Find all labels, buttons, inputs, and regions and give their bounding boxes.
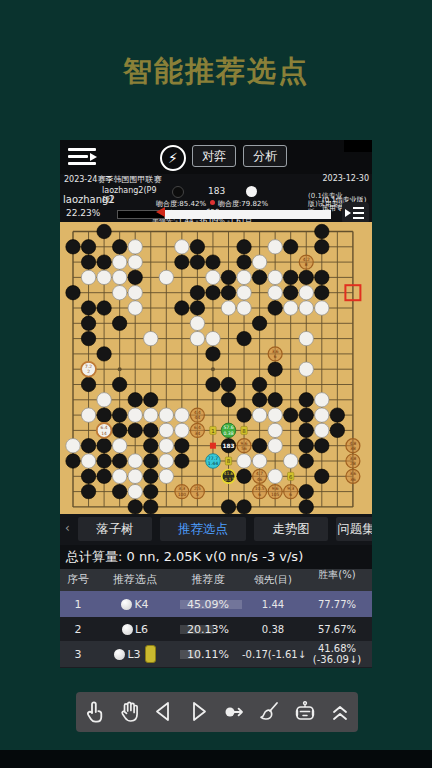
svg-text:4.444: 4.444 bbox=[194, 410, 201, 420]
go-board-svg: 18357.60.3877.71.4441.6-0.174.283.667.22… bbox=[60, 222, 372, 514]
clean-icon[interactable] bbox=[257, 699, 283, 725]
hand-icon[interactable] bbox=[116, 699, 142, 725]
recommendation-table: 序号推荐选点推荐度领先(目)胜率(%) 1K445.09%1.4477.77%2… bbox=[60, 569, 372, 668]
svg-text:3.3100: 3.3100 bbox=[178, 486, 187, 496]
col-header: 胜率(%) bbox=[304, 569, 370, 591]
bottom-toolbar bbox=[76, 692, 358, 732]
table-row[interactable]: 3L310.11%-0.17(-1.61↓41.68%(-36.09↓) bbox=[60, 641, 372, 667]
compute-total: 总计算量: 0 nn, 2.05K v(0 nn/s -3 v/s) bbox=[60, 545, 372, 569]
winrate-bar-white bbox=[165, 210, 331, 219]
svg-text:8: 8 bbox=[227, 458, 231, 464]
next-icon[interactable] bbox=[186, 699, 212, 725]
robot-icon[interactable] bbox=[292, 699, 318, 725]
winrate-bar bbox=[117, 210, 331, 219]
pointer-icon[interactable] bbox=[81, 699, 107, 725]
winrate-cell: 57.67% bbox=[304, 624, 370, 635]
white-stone-icon bbox=[122, 624, 133, 635]
pass-icon[interactable] bbox=[222, 699, 248, 725]
collapse-panel-button[interactable] bbox=[342, 202, 369, 224]
move-coord: L6 bbox=[135, 623, 148, 636]
bottom-strip bbox=[0, 750, 432, 768]
move-cell: L3 bbox=[96, 645, 174, 663]
svg-text:77.71.44: 77.71.44 bbox=[208, 456, 218, 466]
svg-text:1: 1 bbox=[211, 428, 214, 434]
go-board[interactable]: 18357.60.3877.71.4441.6-0.174.283.667.22… bbox=[60, 222, 372, 514]
winrate-marker-icon bbox=[156, 207, 165, 217]
black-stone-icon bbox=[172, 186, 184, 198]
svg-text:41.6-0.17: 41.6-0.17 bbox=[223, 471, 235, 481]
analyze-button[interactable]: 分析 bbox=[243, 145, 287, 167]
tab-问题集[interactable]: 问题集 bbox=[336, 517, 372, 541]
svg-text:9.656: 9.656 bbox=[241, 441, 248, 451]
svg-text:6.414: 6.414 bbox=[101, 425, 108, 435]
move-cell: L6 bbox=[96, 623, 174, 636]
move-coord: K4 bbox=[134, 598, 148, 611]
white-stone-icon bbox=[114, 649, 125, 660]
col-header: 推荐度 bbox=[174, 569, 242, 591]
expand-up-icon[interactable] bbox=[327, 699, 353, 725]
page-title: 智能推荐选点 bbox=[0, 52, 432, 92]
player-left-percent: 22.23% bbox=[66, 208, 100, 218]
status-notch bbox=[344, 140, 372, 152]
player-right-name: laozhang2(P9段) bbox=[102, 186, 156, 204]
tab-落子树[interactable]: 落子树 bbox=[78, 517, 152, 541]
app-topbar: ⚡ 对弈 分析 bbox=[60, 140, 372, 174]
svg-text:3.828: 3.828 bbox=[349, 456, 356, 466]
tab-走势图[interactable]: 走势图 bbox=[254, 517, 328, 541]
col-header: 序号 bbox=[60, 569, 96, 591]
svg-text:8: 8 bbox=[242, 428, 246, 434]
tab-prev-icon[interactable]: ‹ bbox=[65, 521, 70, 535]
menu-icon[interactable] bbox=[68, 148, 98, 166]
move-coord: L3 bbox=[127, 648, 140, 661]
row-number: 2 bbox=[60, 623, 96, 636]
score-cell: 10.11% bbox=[174, 648, 242, 661]
table-body: 1K445.09%1.4477.77%2L620.13%0.3857.67%3L… bbox=[60, 591, 372, 668]
meta-row: 2023-24赛季韩国围甲联赛 2023-12-30 bbox=[60, 174, 372, 186]
yellow-marker-icon bbox=[145, 645, 156, 663]
app-screenshot: ⚡ 对弈 分析 2023-24赛季韩国围甲联赛 2023-12-30 laozh… bbox=[60, 140, 372, 668]
row-number: 3 bbox=[60, 648, 96, 661]
lightning-icon[interactable]: ⚡ bbox=[160, 145, 186, 171]
tab-bar: ‹ › 落子树推荐选点走势图问题集 bbox=[60, 514, 372, 545]
move-number: 183 bbox=[208, 186, 225, 196]
table-header: 序号推荐选点推荐度领先(目)胜率(%) bbox=[60, 569, 372, 591]
tab-推荐选点[interactable]: 推荐选点 bbox=[160, 517, 246, 541]
white-stone-icon bbox=[121, 599, 132, 610]
row-number: 1 bbox=[60, 598, 96, 611]
col-header: 领先(目) bbox=[242, 569, 304, 591]
play-button[interactable]: 对弈 bbox=[192, 145, 236, 167]
col-header: 推荐选点 bbox=[96, 569, 174, 591]
winrate-cell: 77.77% bbox=[304, 599, 370, 610]
white-stone-icon bbox=[246, 186, 257, 197]
table-row[interactable]: 2L620.13%0.3857.67% bbox=[60, 617, 372, 641]
lead-cell: 0.38 bbox=[242, 624, 304, 635]
record-dot-icon bbox=[210, 200, 215, 205]
table-row[interactable]: 4L48.67%0.0040.24% bbox=[60, 667, 372, 668]
svg-text:4.746: 4.746 bbox=[256, 471, 263, 481]
score-cell: 20.13% bbox=[174, 623, 242, 636]
score-cell: 45.09% bbox=[174, 598, 242, 611]
svg-text:9.6105: 9.6105 bbox=[271, 486, 280, 496]
winrate-cell: 41.68%(-36.09↓) bbox=[304, 643, 370, 665]
svg-text:6: 6 bbox=[289, 474, 293, 480]
svg-text:3.636: 3.636 bbox=[349, 471, 356, 481]
game-date: 2023-12-30 bbox=[323, 174, 370, 183]
lead-cell: 1.44 bbox=[242, 599, 304, 610]
event-title: 2023-24赛季韩国围甲联赛 bbox=[64, 174, 161, 185]
move-cell: K4 bbox=[96, 598, 174, 611]
svg-text:57.60.38: 57.60.38 bbox=[223, 425, 233, 435]
table-row[interactable]: 1K445.09%1.4477.77% bbox=[60, 591, 372, 617]
lead-cell: -0.17(-1.61↓ bbox=[242, 649, 304, 660]
svg-text:6.434: 6.434 bbox=[194, 425, 201, 435]
svg-text:183: 183 bbox=[222, 443, 234, 449]
svg-text:4.838: 4.838 bbox=[349, 441, 356, 451]
prev-icon[interactable] bbox=[151, 699, 177, 725]
collapse-arrow-icon bbox=[342, 202, 369, 224]
